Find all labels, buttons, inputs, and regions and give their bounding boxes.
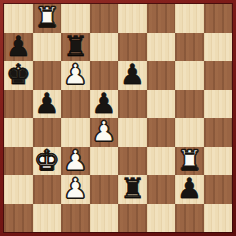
square-h2[interactable] xyxy=(204,175,233,204)
square-c5[interactable] xyxy=(61,90,90,119)
square-c1[interactable] xyxy=(61,204,90,233)
square-g7[interactable] xyxy=(175,33,204,62)
black-pawn-e6[interactable]: ♟ xyxy=(120,61,145,90)
black-rook-c7[interactable]: ♜ xyxy=(63,33,88,62)
black-pawn-b5[interactable]: ♟ xyxy=(34,90,59,119)
square-d1[interactable] xyxy=(90,204,119,233)
square-g1[interactable] xyxy=(175,204,204,233)
square-b7[interactable] xyxy=(33,33,62,62)
square-g6[interactable] xyxy=(175,61,204,90)
square-b4[interactable] xyxy=(33,118,62,147)
square-b2[interactable] xyxy=(33,175,62,204)
chessboard-frame: ♜♟♜♚♟♟♟♟♟♚♟♜♟♜♟ xyxy=(0,0,236,236)
square-g2[interactable]: ♟ xyxy=(175,175,204,204)
square-a6[interactable]: ♚ xyxy=(4,61,33,90)
square-a2[interactable] xyxy=(4,175,33,204)
square-d8[interactable] xyxy=(90,4,119,33)
square-h6[interactable] xyxy=(204,61,233,90)
square-d4[interactable]: ♟ xyxy=(90,118,119,147)
white-pawn-d4[interactable]: ♟ xyxy=(91,118,116,147)
square-a4[interactable] xyxy=(4,118,33,147)
square-a8[interactable] xyxy=(4,4,33,33)
square-b8[interactable]: ♜ xyxy=(33,4,62,33)
square-h7[interactable] xyxy=(204,33,233,62)
square-a1[interactable] xyxy=(4,204,33,233)
square-h3[interactable] xyxy=(204,147,233,176)
square-d6[interactable] xyxy=(90,61,119,90)
square-e4[interactable] xyxy=(118,118,147,147)
square-e7[interactable] xyxy=(118,33,147,62)
square-d2[interactable] xyxy=(90,175,119,204)
square-c7[interactable]: ♜ xyxy=(61,33,90,62)
square-b3[interactable]: ♚ xyxy=(33,147,62,176)
white-rook-b8[interactable]: ♜ xyxy=(34,4,59,33)
square-c3[interactable]: ♟ xyxy=(61,147,90,176)
square-f3[interactable] xyxy=(147,147,176,176)
square-e6[interactable]: ♟ xyxy=(118,61,147,90)
square-e8[interactable] xyxy=(118,4,147,33)
black-pawn-g2[interactable]: ♟ xyxy=(177,175,202,204)
chess-board-grid: ♜♟♜♚♟♟♟♟♟♚♟♜♟♜♟ xyxy=(4,4,232,232)
square-c6[interactable]: ♟ xyxy=(61,61,90,90)
square-f1[interactable] xyxy=(147,204,176,233)
square-c4[interactable] xyxy=(61,118,90,147)
square-b1[interactable] xyxy=(33,204,62,233)
square-g5[interactable] xyxy=(175,90,204,119)
square-h8[interactable] xyxy=(204,4,233,33)
white-pawn-c3[interactable]: ♟ xyxy=(63,147,88,176)
square-a5[interactable] xyxy=(4,90,33,119)
white-pawn-c6[interactable]: ♟ xyxy=(63,61,88,90)
square-b6[interactable] xyxy=(33,61,62,90)
square-f2[interactable] xyxy=(147,175,176,204)
square-d7[interactable] xyxy=(90,33,119,62)
square-a3[interactable] xyxy=(4,147,33,176)
black-pawn-d5[interactable]: ♟ xyxy=(91,90,116,119)
square-f8[interactable] xyxy=(147,4,176,33)
square-c2[interactable]: ♟ xyxy=(61,175,90,204)
black-king-a6[interactable]: ♚ xyxy=(6,61,31,90)
square-e2[interactable]: ♜ xyxy=(118,175,147,204)
square-d3[interactable] xyxy=(90,147,119,176)
black-pawn-a7[interactable]: ♟ xyxy=(6,33,31,62)
square-e1[interactable] xyxy=(118,204,147,233)
square-f6[interactable] xyxy=(147,61,176,90)
square-g3[interactable]: ♜ xyxy=(175,147,204,176)
square-g4[interactable] xyxy=(175,118,204,147)
white-rook-g3[interactable]: ♜ xyxy=(177,147,202,176)
square-e5[interactable] xyxy=(118,90,147,119)
square-a7[interactable]: ♟ xyxy=(4,33,33,62)
square-f5[interactable] xyxy=(147,90,176,119)
square-h1[interactable] xyxy=(204,204,233,233)
square-h5[interactable] xyxy=(204,90,233,119)
square-c8[interactable] xyxy=(61,4,90,33)
white-king-b3[interactable]: ♚ xyxy=(34,147,59,176)
white-pawn-c2[interactable]: ♟ xyxy=(63,175,88,204)
black-rook-e2[interactable]: ♜ xyxy=(120,175,145,204)
square-f4[interactable] xyxy=(147,118,176,147)
square-d5[interactable]: ♟ xyxy=(90,90,119,119)
square-e3[interactable] xyxy=(118,147,147,176)
square-b5[interactable]: ♟ xyxy=(33,90,62,119)
square-g8[interactable] xyxy=(175,4,204,33)
square-f7[interactable] xyxy=(147,33,176,62)
square-h4[interactable] xyxy=(204,118,233,147)
